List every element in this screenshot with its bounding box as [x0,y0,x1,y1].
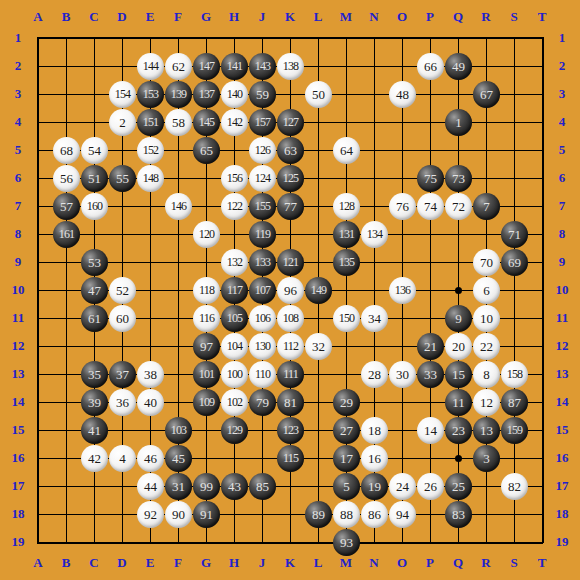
stone-white-104-H12: 104 [221,333,248,360]
stone-black-59-J3: 59 [249,81,276,108]
stone-white-116-G11: 116 [193,305,220,332]
stone-black-151-E4: 151 [137,109,164,136]
stone-white-64-M5: 64 [333,137,360,164]
stone-black-65-G5: 65 [193,137,220,164]
stone-white-120-G8: 120 [193,221,220,248]
stone-black-37-D13: 37 [109,361,136,388]
row-label-left-18: 18 [5,507,31,521]
column-label-top-J: J [253,10,271,24]
stone-black-121-K9: 121 [277,249,304,276]
row-label-right-3: 3 [549,87,575,101]
column-label-bottom-O: O [393,556,411,570]
column-label-top-O: O [393,10,411,24]
stone-white-88-M18: 88 [333,501,360,528]
stone-black-31-F17: 31 [165,473,192,500]
grid-line-vertical-T [542,37,544,543]
stone-white-58-F4: 58 [165,109,192,136]
column-label-top-A: A [29,10,47,24]
column-label-bottom-C: C [85,556,103,570]
stone-black-73-Q6: 73 [445,165,472,192]
stone-black-159-S15: 159 [501,417,528,444]
row-label-left-2: 2 [5,59,31,73]
stone-black-63-K5: 63 [277,137,304,164]
stone-black-137-G3: 137 [193,81,220,108]
row-label-left-5: 5 [5,143,31,157]
row-label-right-13: 13 [549,367,575,381]
stone-white-122-H7: 122 [221,193,248,220]
stone-white-52-D10: 52 [109,277,136,304]
stone-white-6-R10: 6 [473,277,500,304]
stone-black-161-B8: 161 [53,221,80,248]
stone-black-103-F15: 103 [165,417,192,444]
stone-white-50-L3: 50 [305,81,332,108]
column-label-top-K: K [281,10,299,24]
stone-white-36-D14: 36 [109,389,136,416]
stone-black-55-D6: 55 [109,165,136,192]
stone-white-140-H3: 140 [221,81,248,108]
stone-black-97-G12: 97 [193,333,220,360]
stone-white-60-D11: 60 [109,305,136,332]
stone-white-28-N13: 28 [361,361,388,388]
stone-white-108-K11: 108 [277,305,304,332]
column-label-top-L: L [309,10,327,24]
column-label-bottom-Q: Q [449,556,467,570]
column-label-bottom-N: N [365,556,383,570]
stone-black-99-G17: 99 [193,473,220,500]
column-label-top-G: G [197,10,215,24]
stone-white-106-J11: 106 [249,305,276,332]
column-label-bottom-K: K [281,556,299,570]
column-label-bottom-T: T [533,556,551,570]
stone-white-160-C7: 160 [81,193,108,220]
row-label-right-18: 18 [549,507,575,521]
stone-white-138-K2: 138 [277,53,304,80]
stone-white-10-R11: 10 [473,305,500,332]
row-label-right-16: 16 [549,451,575,465]
stone-white-146-F7: 146 [165,193,192,220]
stone-white-40-E14: 40 [137,389,164,416]
stone-black-41-C15: 41 [81,417,108,444]
stone-white-48-O3: 48 [389,81,416,108]
stone-black-19-N17: 19 [361,473,388,500]
stone-black-15-Q13: 15 [445,361,472,388]
stone-black-105-H11: 105 [221,305,248,332]
stone-white-148-E6: 148 [137,165,164,192]
stone-white-134-N8: 134 [361,221,388,248]
column-label-bottom-P: P [421,556,439,570]
stone-white-8-R13: 8 [473,361,500,388]
stone-black-53-C9: 53 [81,249,108,276]
row-label-right-1: 1 [549,31,575,45]
stone-white-70-R9: 70 [473,249,500,276]
stone-white-132-H9: 132 [221,249,248,276]
stone-white-44-E17: 44 [137,473,164,500]
stone-black-23-Q15: 23 [445,417,472,444]
column-label-top-S: S [505,10,523,24]
row-label-right-5: 5 [549,143,575,157]
column-label-bottom-A: A [29,556,47,570]
stone-white-112-K12: 112 [277,333,304,360]
stone-black-157-J4: 157 [249,109,276,136]
star-point-Q10 [455,287,462,294]
stone-white-150-M11: 150 [333,305,360,332]
stone-black-35-C13: 35 [81,361,108,388]
stone-white-26-P17: 26 [417,473,444,500]
column-label-bottom-B: B [57,556,75,570]
column-label-bottom-E: E [141,556,159,570]
stone-black-115-K16: 115 [277,445,304,472]
stone-black-101-G13: 101 [193,361,220,388]
column-label-bottom-M: M [337,556,355,570]
stone-white-128-M7: 128 [333,193,360,220]
row-label-right-11: 11 [549,311,575,325]
stone-black-129-H15: 129 [221,417,248,444]
stone-white-142-H4: 142 [221,109,248,136]
column-label-top-D: D [113,10,131,24]
column-label-bottom-G: G [197,556,215,570]
column-label-top-M: M [337,10,355,24]
row-label-left-12: 12 [5,339,31,353]
stone-black-117-H10: 117 [221,277,248,304]
stone-black-25-Q17: 25 [445,473,472,500]
row-label-left-16: 16 [5,451,31,465]
stone-black-107-J10: 107 [249,277,276,304]
stone-white-92-E18: 92 [137,501,164,528]
stone-white-74-P7: 74 [417,193,444,220]
stone-white-38-E13: 38 [137,361,164,388]
stone-black-109-G14: 109 [193,389,220,416]
stone-black-127-K4: 127 [277,109,304,136]
stone-white-66-P2: 66 [417,53,444,80]
row-label-left-9: 9 [5,255,31,269]
stone-black-85-J17: 85 [249,473,276,500]
row-label-left-1: 1 [5,31,31,45]
stone-white-82-S17: 82 [501,473,528,500]
stone-black-89-L18: 89 [305,501,332,528]
stone-black-125-K6: 125 [277,165,304,192]
stone-black-51-C6: 51 [81,165,108,192]
stone-black-143-J2: 143 [249,53,276,80]
row-label-left-4: 4 [5,115,31,129]
stone-white-16-N16: 16 [361,445,388,472]
stone-black-57-B7: 57 [53,193,80,220]
column-label-top-N: N [365,10,383,24]
row-label-right-15: 15 [549,423,575,437]
stone-white-12-R14: 12 [473,389,500,416]
grid-line-vertical-P [430,37,431,543]
stone-black-93-M19: 93 [333,529,360,556]
stone-black-81-K14: 81 [277,389,304,416]
row-label-left-15: 15 [5,423,31,437]
stone-white-18-N15: 18 [361,417,388,444]
stone-white-4-D16: 4 [109,445,136,472]
stone-black-7-R7: 7 [473,193,500,220]
stone-white-14-P15: 14 [417,417,444,444]
stone-white-68-B5: 68 [53,137,80,164]
column-label-top-P: P [421,10,439,24]
stone-black-11-Q14: 11 [445,389,472,416]
column-label-bottom-L: L [309,556,327,570]
stone-black-145-G4: 145 [193,109,220,136]
stone-black-21-P12: 21 [417,333,444,360]
stone-black-79-J14: 79 [249,389,276,416]
column-label-top-F: F [169,10,187,24]
column-label-bottom-S: S [505,556,523,570]
stone-black-75-P6: 75 [417,165,444,192]
stone-black-13-R15: 13 [473,417,500,444]
column-label-top-E: E [141,10,159,24]
row-label-left-7: 7 [5,199,31,213]
stone-white-32-L12: 32 [305,333,332,360]
stone-black-91-G18: 91 [193,501,220,528]
stone-white-20-Q12: 20 [445,333,472,360]
stone-black-45-F16: 45 [165,445,192,472]
row-label-left-11: 11 [5,311,31,325]
stone-white-144-E2: 144 [137,53,164,80]
column-label-bottom-F: F [169,556,187,570]
row-label-left-13: 13 [5,367,31,381]
row-label-left-6: 6 [5,171,31,185]
row-label-left-14: 14 [5,395,31,409]
row-label-right-14: 14 [549,395,575,409]
column-label-bottom-D: D [113,556,131,570]
row-label-right-17: 17 [549,479,575,493]
stone-black-39-C14: 39 [81,389,108,416]
row-label-right-4: 4 [549,115,575,129]
stone-white-30-O13: 30 [389,361,416,388]
stone-black-49-Q2: 49 [445,53,472,80]
stone-black-5-M17: 5 [333,473,360,500]
stone-black-61-C11: 61 [81,305,108,332]
stone-white-2-D4: 2 [109,109,136,136]
row-label-right-12: 12 [549,339,575,353]
stone-white-46-E16: 46 [137,445,164,472]
row-label-left-8: 8 [5,227,31,241]
stone-black-147-G2: 147 [193,53,220,80]
column-label-top-R: R [477,10,495,24]
stone-black-1-Q4: 1 [445,109,472,136]
row-label-right-6: 6 [549,171,575,185]
stone-white-22-R12: 22 [473,333,500,360]
stone-black-119-J8: 119 [249,221,276,248]
stone-white-130-J12: 130 [249,333,276,360]
row-label-left-3: 3 [5,87,31,101]
column-label-top-H: H [225,10,243,24]
stone-white-118-G10: 118 [193,277,220,304]
stone-black-131-M8: 131 [333,221,360,248]
stone-black-123-K15: 123 [277,417,304,444]
stone-white-90-F18: 90 [165,501,192,528]
stone-white-158-S13: 158 [501,361,528,388]
stone-white-42-C16: 42 [81,445,108,472]
stone-white-34-N11: 34 [361,305,388,332]
stone-black-111-K13: 111 [277,361,304,388]
column-label-bottom-H: H [225,556,243,570]
stone-black-149-L10: 149 [305,277,332,304]
stone-white-54-C5: 54 [81,137,108,164]
stone-black-43-H17: 43 [221,473,248,500]
stone-black-29-M14: 29 [333,389,360,416]
stone-black-153-E3: 153 [137,81,164,108]
stone-black-47-C10: 47 [81,277,108,304]
stone-black-135-M9: 135 [333,249,360,276]
row-label-left-17: 17 [5,479,31,493]
grid-line-horizontal-19 [37,542,543,544]
stone-black-155-J7: 155 [249,193,276,220]
row-label-right-8: 8 [549,227,575,241]
stone-black-27-M15: 27 [333,417,360,444]
stone-white-24-O17: 24 [389,473,416,500]
stone-white-62-F2: 62 [165,53,192,80]
row-label-right-19: 19 [549,535,575,549]
row-label-right-7: 7 [549,199,575,213]
row-label-right-2: 2 [549,59,575,73]
stone-white-110-J13: 110 [249,361,276,388]
column-label-top-B: B [57,10,75,24]
stone-black-71-S8: 71 [501,221,528,248]
stone-white-124-J6: 124 [249,165,276,192]
stone-black-69-S9: 69 [501,249,528,276]
stone-black-9-Q11: 9 [445,305,472,332]
stone-white-72-Q7: 72 [445,193,472,220]
stone-black-77-K7: 77 [277,193,304,220]
stone-white-96-K10: 96 [277,277,304,304]
stone-black-87-S14: 87 [501,389,528,416]
go-board[interactable]: AABBCCDDEEFFGGHHJJKKLLMMNNOOPPQQRRSSTT11… [0,0,580,580]
stone-white-156-H6: 156 [221,165,248,192]
stone-white-152-E5: 152 [137,137,164,164]
stone-white-126-J5: 126 [249,137,276,164]
stone-black-33-P13: 33 [417,361,444,388]
row-label-left-19: 19 [5,535,31,549]
row-label-right-10: 10 [549,283,575,297]
column-label-top-Q: Q [449,10,467,24]
stone-black-67-R3: 67 [473,81,500,108]
stone-white-76-O7: 76 [389,193,416,220]
stone-black-83-Q18: 83 [445,501,472,528]
stone-black-17-M16: 17 [333,445,360,472]
stone-black-141-H2: 141 [221,53,248,80]
column-label-top-T: T [533,10,551,24]
stone-white-100-H13: 100 [221,361,248,388]
stone-white-136-O10: 136 [389,277,416,304]
row-label-left-10: 10 [5,283,31,297]
stone-black-133-J9: 133 [249,249,276,276]
stone-white-86-N18: 86 [361,501,388,528]
stone-black-139-F3: 139 [165,81,192,108]
stone-white-102-H14: 102 [221,389,248,416]
column-label-bottom-J: J [253,556,271,570]
column-label-top-C: C [85,10,103,24]
stone-white-56-B6: 56 [53,165,80,192]
column-label-bottom-R: R [477,556,495,570]
stone-white-94-O18: 94 [389,501,416,528]
stone-white-154-D3: 154 [109,81,136,108]
grid-line-vertical-S [514,37,515,543]
stone-black-3-R16: 3 [473,445,500,472]
star-point-Q16 [455,455,462,462]
row-label-right-9: 9 [549,255,575,269]
